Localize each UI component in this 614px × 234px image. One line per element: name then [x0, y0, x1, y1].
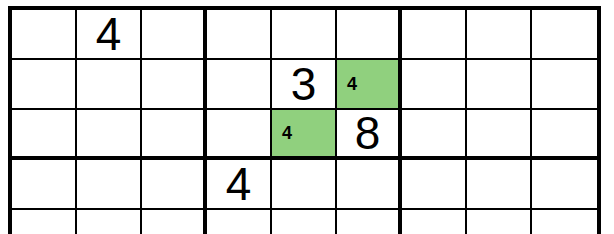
- cell-r3c7[interactable]: [467, 160, 532, 210]
- cell-r3c5[interactable]: [337, 160, 402, 210]
- cell-r2c2[interactable]: [142, 110, 207, 160]
- cell-r3c8[interactable]: [532, 160, 597, 210]
- candidate-digit: 4: [282, 124, 292, 142]
- cell-r0c7[interactable]: [467, 10, 532, 60]
- cell-r4c7[interactable]: [467, 210, 532, 234]
- given-digit: 8: [355, 110, 381, 156]
- sudoku-board: 434484: [8, 6, 601, 234]
- cell-r3c2[interactable]: [142, 160, 207, 210]
- cell-r2c0[interactable]: [12, 110, 77, 160]
- sudoku-screenshot: 434484: [0, 0, 614, 234]
- cell-r1c0[interactable]: [12, 60, 77, 110]
- cell-r4c0[interactable]: [12, 210, 77, 234]
- cell-r1c1[interactable]: [77, 60, 142, 110]
- cell-r4c5[interactable]: [337, 210, 402, 234]
- given-digit: 3: [291, 61, 317, 107]
- cell-r0c4[interactable]: [272, 10, 337, 60]
- cell-r1c7[interactable]: [467, 60, 532, 110]
- cell-r4c8[interactable]: [532, 210, 597, 234]
- cell-r2c3[interactable]: [207, 110, 272, 160]
- cell-r3c0[interactable]: [12, 160, 77, 210]
- cell-r0c3[interactable]: [207, 10, 272, 60]
- cell-r0c0[interactable]: [12, 10, 77, 60]
- cell-r1c6[interactable]: [402, 60, 467, 110]
- cell-r3c4[interactable]: [272, 160, 337, 210]
- given-digit: 4: [226, 161, 252, 207]
- cell-r1c2[interactable]: [142, 60, 207, 110]
- cell-r0c6[interactable]: [402, 10, 467, 60]
- cell-r2c4[interactable]: 4: [272, 110, 337, 160]
- cell-r1c5[interactable]: 4: [337, 60, 402, 110]
- cell-r2c8[interactable]: [532, 110, 597, 160]
- cell-r0c1[interactable]: 4: [77, 10, 142, 60]
- cell-r4c6[interactable]: [402, 210, 467, 234]
- cell-r1c3[interactable]: [207, 60, 272, 110]
- candidate-digit: 4: [347, 75, 357, 93]
- cell-r0c2[interactable]: [142, 10, 207, 60]
- cell-r3c6[interactable]: [402, 160, 467, 210]
- cell-r1c4[interactable]: 3: [272, 60, 337, 110]
- cell-r4c2[interactable]: [142, 210, 207, 234]
- cell-r0c5[interactable]: [337, 10, 402, 60]
- cell-r4c1[interactable]: [77, 210, 142, 234]
- cell-r3c1[interactable]: [77, 160, 142, 210]
- cell-r1c8[interactable]: [532, 60, 597, 110]
- cell-r2c7[interactable]: [467, 110, 532, 160]
- cell-r3c3[interactable]: 4: [207, 160, 272, 210]
- cell-r2c6[interactable]: [402, 110, 467, 160]
- given-digit: 4: [96, 11, 122, 57]
- cell-r4c3[interactable]: [207, 210, 272, 234]
- cell-r4c4[interactable]: [272, 210, 337, 234]
- cell-r0c8[interactable]: [532, 10, 597, 60]
- cell-r2c1[interactable]: [77, 110, 142, 160]
- cell-r2c5[interactable]: 8: [337, 110, 402, 160]
